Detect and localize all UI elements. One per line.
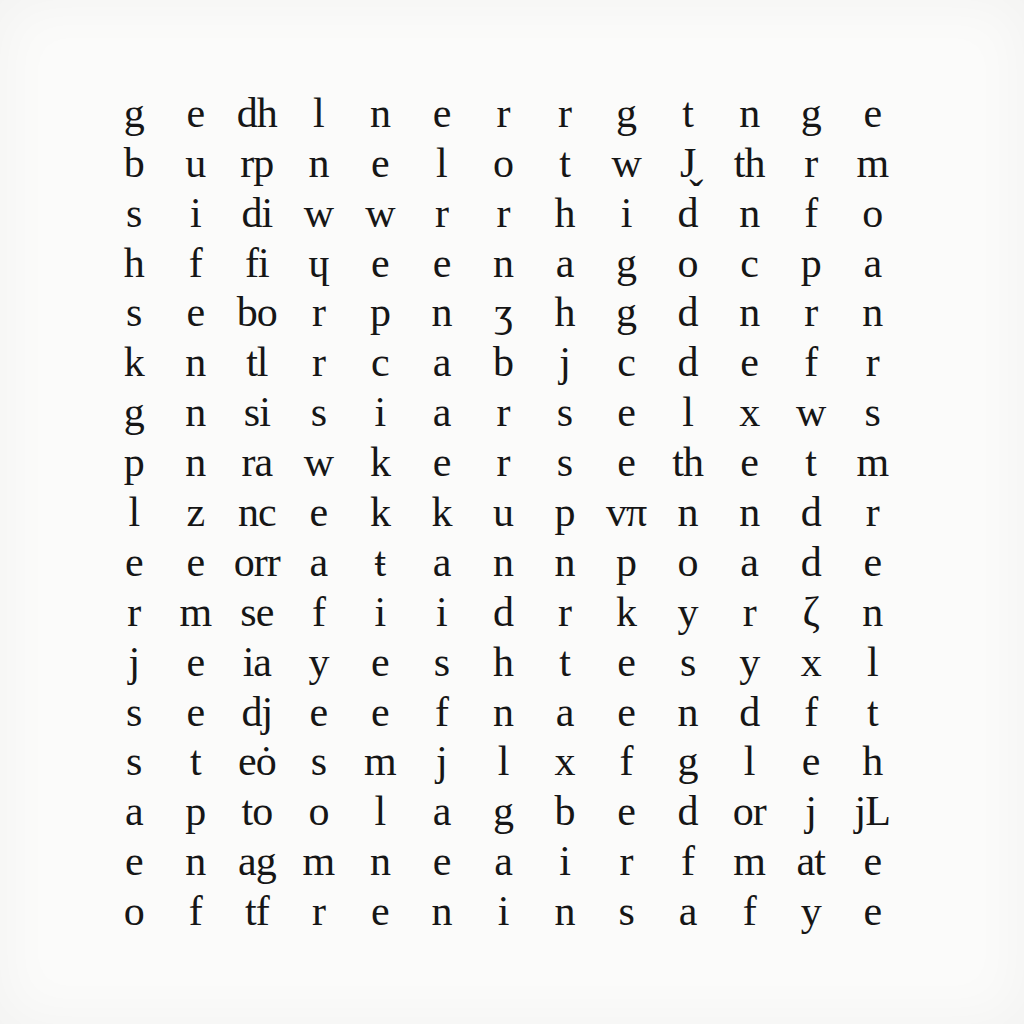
grid-cell[interactable]: t xyxy=(841,687,903,737)
grid-cell[interactable]: f xyxy=(780,337,842,387)
grid-cell[interactable]: n xyxy=(288,138,350,188)
grid-cell[interactable]: d xyxy=(657,786,719,836)
grid-cell[interactable]: t xyxy=(534,637,596,687)
grid-cell[interactable]: p xyxy=(595,537,657,587)
grid-cell[interactable]: d xyxy=(657,337,719,387)
grid-cell[interactable]: m xyxy=(349,736,411,786)
grid-cell[interactable]: g xyxy=(657,736,719,786)
grid-cell[interactable]: a xyxy=(411,387,473,437)
grid-cell[interactable]: d xyxy=(718,687,780,737)
grid-cell[interactable]: at xyxy=(780,836,842,886)
grid-cell[interactable]: a xyxy=(411,537,473,587)
grid-cell[interactable]: n xyxy=(411,288,473,338)
grid-cell[interactable]: i xyxy=(165,188,227,238)
grid-cell[interactable]: w xyxy=(288,437,350,487)
grid-cell[interactable]: e xyxy=(595,687,657,737)
grid-cell[interactable]: m xyxy=(841,437,903,487)
grid-cell[interactable]: e xyxy=(595,637,657,687)
grid-cell[interactable]: t xyxy=(534,138,596,188)
grid-cell[interactable]: g xyxy=(103,387,165,437)
grid-cell[interactable]: jL xyxy=(841,786,903,836)
grid-cell[interactable]: p xyxy=(103,437,165,487)
grid-cell[interactable]: o xyxy=(841,188,903,238)
grid-cell[interactable]: c xyxy=(349,337,411,387)
grid-cell[interactable]: n xyxy=(718,288,780,338)
grid-cell[interactable]: n xyxy=(165,387,227,437)
grid-cell[interactable]: s xyxy=(103,736,165,786)
grid-cell[interactable]: d xyxy=(780,537,842,587)
grid-cell[interactable]: a xyxy=(472,836,534,886)
grid-cell[interactable]: d xyxy=(472,587,534,637)
grid-cell[interactable]: n xyxy=(349,836,411,886)
grid-cell[interactable]: t xyxy=(657,88,719,138)
grid-cell[interactable]: ζ xyxy=(780,587,842,637)
grid-cell[interactable]: a xyxy=(288,537,350,587)
grid-cell[interactable]: e xyxy=(165,687,227,737)
grid-cell[interactable]: ʒ xyxy=(472,288,534,338)
grid-cell[interactable]: tl xyxy=(226,337,288,387)
grid-cell[interactable]: e xyxy=(411,836,473,886)
grid-cell[interactable]: e xyxy=(595,387,657,437)
grid-cell[interactable]: l xyxy=(841,637,903,687)
grid-cell[interactable]: th xyxy=(718,138,780,188)
grid-cell[interactable]: a xyxy=(534,238,596,288)
grid-cell[interactable]: ŧ xyxy=(349,537,411,587)
grid-cell[interactable]: g xyxy=(103,88,165,138)
grid-cell[interactable]: j xyxy=(534,337,596,387)
grid-cell[interactable]: n xyxy=(718,188,780,238)
grid-cell[interactable]: ɥ xyxy=(288,238,350,288)
grid-cell[interactable]: e xyxy=(411,437,473,487)
grid-cell[interactable]: e xyxy=(718,337,780,387)
grid-cell[interactable]: h xyxy=(534,188,596,238)
grid-cell[interactable]: k xyxy=(349,437,411,487)
grid-cell[interactable]: to xyxy=(226,786,288,836)
grid-cell[interactable]: r xyxy=(288,337,350,387)
grid-cell[interactable]: s xyxy=(103,188,165,238)
grid-cell[interactable]: n xyxy=(718,88,780,138)
grid-cell[interactable]: r xyxy=(288,288,350,338)
grid-cell[interactable]: or xyxy=(718,786,780,836)
grid-cell[interactable]: r xyxy=(841,337,903,387)
grid-cell[interactable]: t xyxy=(165,736,227,786)
grid-cell[interactable]: h xyxy=(103,238,165,288)
grid-cell[interactable]: e xyxy=(349,687,411,737)
grid-cell[interactable]: f xyxy=(595,736,657,786)
grid-cell[interactable]: y xyxy=(657,587,719,637)
grid-cell[interactable]: o xyxy=(657,537,719,587)
grid-cell[interactable]: o xyxy=(103,886,165,936)
grid-cell[interactable]: h xyxy=(472,637,534,687)
grid-cell[interactable]: e xyxy=(411,88,473,138)
grid-cell[interactable]: l xyxy=(718,736,780,786)
grid-cell[interactable]: m xyxy=(718,836,780,886)
grid-cell[interactable]: j xyxy=(780,786,842,836)
grid-cell[interactable]: r xyxy=(472,387,534,437)
grid-cell[interactable]: l xyxy=(657,387,719,437)
grid-cell[interactable]: s xyxy=(595,886,657,936)
grid-cell[interactable]: a xyxy=(718,537,780,587)
grid-cell[interactable]: l xyxy=(349,786,411,836)
grid-cell[interactable]: eȯ xyxy=(226,736,288,786)
grid-cell[interactable]: g xyxy=(595,288,657,338)
grid-cell[interactable]: r xyxy=(103,587,165,637)
grid-cell[interactable]: fi xyxy=(226,238,288,288)
grid-cell[interactable]: y xyxy=(288,637,350,687)
grid-cell[interactable]: n xyxy=(165,337,227,387)
word-search-board: gedhlnerrgtngeburpnelotwJ̬thrmsidiwwrrhi… xyxy=(0,0,1024,1024)
grid-cell[interactable]: u xyxy=(472,487,534,537)
grid-cell[interactable]: n xyxy=(411,886,473,936)
grid-cell[interactable]: di xyxy=(226,188,288,238)
grid-cell[interactable]: rp xyxy=(226,138,288,188)
grid-cell[interactable]: s xyxy=(103,687,165,737)
grid-cell[interactable]: s xyxy=(288,736,350,786)
grid-cell[interactable]: se xyxy=(226,587,288,637)
grid-cell[interactable]: f xyxy=(165,886,227,936)
grid-cell[interactable]: k xyxy=(411,487,473,537)
grid-cell[interactable]: i xyxy=(349,387,411,437)
grid-cell[interactable]: c xyxy=(718,238,780,288)
grid-cell[interactable]: si xyxy=(226,387,288,437)
grid-cell[interactable]: m xyxy=(165,587,227,637)
grid-cell[interactable]: e xyxy=(165,288,227,338)
grid-cell[interactable]: ra xyxy=(226,437,288,487)
grid-cell[interactable]: f xyxy=(780,687,842,737)
grid-cell[interactable]: n xyxy=(657,687,719,737)
grid-cell[interactable]: e xyxy=(165,637,227,687)
grid-cell[interactable]: o xyxy=(288,786,350,836)
grid-cell[interactable]: n xyxy=(165,836,227,886)
grid-cell[interactable]: s xyxy=(534,387,596,437)
grid-cell[interactable]: c xyxy=(595,337,657,387)
grid-cell[interactable]: k xyxy=(103,337,165,387)
grid-cell[interactable]: n xyxy=(841,288,903,338)
grid-cell[interactable]: i xyxy=(472,886,534,936)
grid-cell[interactable]: l xyxy=(411,138,473,188)
grid-cell[interactable]: a xyxy=(841,238,903,288)
grid-cell[interactable]: e xyxy=(411,238,473,288)
grid-cell[interactable]: bo xyxy=(226,288,288,338)
grid-cell[interactable]: e xyxy=(718,437,780,487)
grid-cell[interactable]: t xyxy=(780,437,842,487)
grid-cell[interactable]: e xyxy=(165,88,227,138)
grid-cell[interactable]: e xyxy=(103,537,165,587)
grid-cell[interactable]: m xyxy=(288,836,350,886)
grid-cell[interactable]: r xyxy=(534,88,596,138)
grid-cell[interactable]: w xyxy=(780,387,842,437)
grid-cell[interactable]: n xyxy=(472,687,534,737)
grid-cell[interactable]: e xyxy=(841,886,903,936)
grid-cell[interactable]: e xyxy=(103,836,165,886)
grid-cell[interactable]: ia xyxy=(226,637,288,687)
grid-cell[interactable]: e xyxy=(288,487,350,537)
grid-cell[interactable]: r xyxy=(411,188,473,238)
grid-cell[interactable]: b xyxy=(103,138,165,188)
grid-cell[interactable]: tf xyxy=(226,886,288,936)
grid-cell[interactable]: i xyxy=(534,836,596,886)
grid-cell[interactable]: h xyxy=(841,736,903,786)
grid-cell[interactable]: s xyxy=(411,637,473,687)
grid-cell[interactable]: r xyxy=(472,88,534,138)
grid-cell[interactable]: b xyxy=(472,337,534,387)
grid-cell[interactable]: vπ xyxy=(595,487,657,537)
grid-cell[interactable]: e xyxy=(595,786,657,836)
grid-cell[interactable]: a xyxy=(411,337,473,387)
grid-cell[interactable]: n xyxy=(534,886,596,936)
grid-cell[interactable]: n xyxy=(165,437,227,487)
grid-cell[interactable]: e xyxy=(841,88,903,138)
grid-cell[interactable]: w xyxy=(595,138,657,188)
grid-cell[interactable]: n xyxy=(472,537,534,587)
grid-cell[interactable]: o xyxy=(657,238,719,288)
grid-cell[interactable]: d xyxy=(657,288,719,338)
grid-cell[interactable]: ag xyxy=(226,836,288,886)
grid-cell[interactable]: n xyxy=(472,238,534,288)
grid-cell[interactable]: e xyxy=(349,138,411,188)
grid-cell[interactable]: a xyxy=(534,687,596,737)
grid-cell[interactable]: k xyxy=(349,487,411,537)
grid-cell[interactable]: i xyxy=(411,587,473,637)
grid-cell[interactable]: a xyxy=(103,786,165,836)
grid-cell[interactable]: r xyxy=(841,487,903,537)
grid-cell[interactable]: g xyxy=(595,88,657,138)
grid-cell[interactable]: f xyxy=(780,188,842,238)
grid-cell[interactable]: f xyxy=(657,836,719,886)
grid-cell[interactable]: g xyxy=(472,786,534,836)
grid-cell[interactable]: r xyxy=(780,288,842,338)
grid-cell[interactable]: i xyxy=(349,587,411,637)
grid-cell[interactable]: e xyxy=(288,687,350,737)
grid-cell[interactable]: n xyxy=(841,587,903,637)
grid-cell[interactable]: y xyxy=(718,637,780,687)
grid-cell[interactable]: orr xyxy=(226,537,288,587)
grid-cell[interactable]: p xyxy=(349,288,411,338)
grid-cell[interactable]: i xyxy=(595,188,657,238)
grid-cell[interactable]: J̬ xyxy=(657,138,719,188)
grid-cell[interactable]: s xyxy=(657,637,719,687)
grid-cell[interactable]: r xyxy=(472,188,534,238)
grid-cell[interactable]: e xyxy=(841,537,903,587)
grid-cell[interactable]: e xyxy=(165,537,227,587)
grid-cell[interactable]: z xyxy=(165,487,227,537)
grid-cell[interactable]: g xyxy=(780,88,842,138)
grid-cell[interactable]: r xyxy=(595,836,657,886)
grid-cell[interactable]: a xyxy=(657,886,719,936)
grid-cell[interactable]: f xyxy=(288,587,350,637)
grid-cell[interactable]: s xyxy=(288,387,350,437)
grid-cell[interactable]: e xyxy=(349,637,411,687)
grid-cell[interactable]: f xyxy=(411,687,473,737)
grid-cell[interactable]: n xyxy=(718,487,780,537)
grid-cell[interactable]: a xyxy=(411,786,473,836)
grid-cell[interactable]: p xyxy=(165,786,227,836)
grid-cell[interactable]: j xyxy=(103,637,165,687)
grid-cell[interactable]: f xyxy=(165,238,227,288)
grid-cell[interactable]: r xyxy=(288,886,350,936)
grid-cell[interactable]: s xyxy=(103,288,165,338)
grid-cell[interactable]: e xyxy=(349,238,411,288)
grid-cell[interactable]: p xyxy=(534,487,596,537)
grid-cell[interactable]: nc xyxy=(226,487,288,537)
grid-cell[interactable]: n xyxy=(534,537,596,587)
grid-cell[interactable]: l xyxy=(472,736,534,786)
grid-cell[interactable]: y xyxy=(780,886,842,936)
grid-cell[interactable]: f xyxy=(718,886,780,936)
grid-cell[interactable]: o xyxy=(472,138,534,188)
grid-cell[interactable]: e xyxy=(841,836,903,886)
grid-cell[interactable]: w xyxy=(288,188,350,238)
grid-cell[interactable]: th xyxy=(657,437,719,487)
grid-cell[interactable]: x xyxy=(780,637,842,687)
grid-cell[interactable]: j xyxy=(411,736,473,786)
grid-cell[interactable]: d xyxy=(657,188,719,238)
grid-cell[interactable]: e xyxy=(595,437,657,487)
grid-cell[interactable]: m xyxy=(841,138,903,188)
grid-cell[interactable]: e xyxy=(780,736,842,786)
grid-cell[interactable]: d xyxy=(780,487,842,537)
grid-cell[interactable]: l xyxy=(288,88,350,138)
grid-cell[interactable]: n xyxy=(657,487,719,537)
grid-cell[interactable]: p xyxy=(780,238,842,288)
letter-grid: gedhlnerrgtngeburpnelotwJ̬thrmsidiwwrrhi… xyxy=(103,88,903,936)
grid-cell[interactable]: e xyxy=(349,886,411,936)
grid-cell[interactable]: g xyxy=(595,238,657,288)
grid-cell[interactable]: x xyxy=(534,736,596,786)
grid-cell[interactable]: r xyxy=(718,587,780,637)
grid-cell[interactable]: w xyxy=(349,188,411,238)
grid-cell[interactable]: s xyxy=(841,387,903,437)
grid-cell[interactable]: u xyxy=(165,138,227,188)
grid-cell[interactable]: l xyxy=(103,487,165,537)
grid-cell[interactable]: h xyxy=(534,288,596,338)
grid-cell[interactable]: k xyxy=(595,587,657,637)
grid-cell[interactable]: n xyxy=(349,88,411,138)
grid-cell[interactable]: dj xyxy=(226,687,288,737)
grid-cell[interactable]: r xyxy=(780,138,842,188)
grid-cell[interactable]: dh xyxy=(226,88,288,138)
grid-cell[interactable]: x xyxy=(718,387,780,437)
grid-cell[interactable]: b xyxy=(534,786,596,836)
grid-cell[interactable]: s xyxy=(534,437,596,487)
grid-cell[interactable]: r xyxy=(534,587,596,637)
grid-cell[interactable]: r xyxy=(472,437,534,487)
